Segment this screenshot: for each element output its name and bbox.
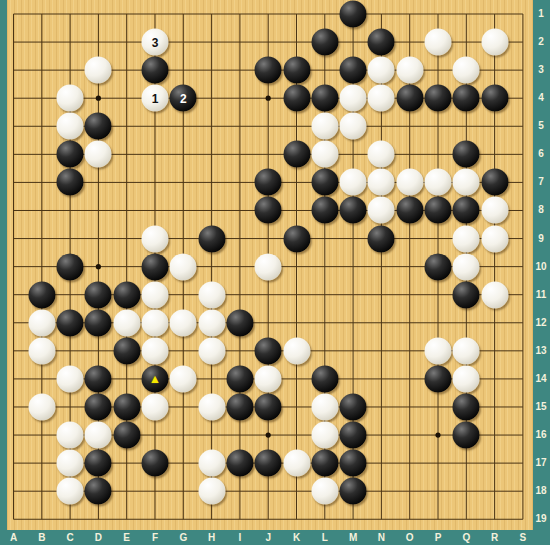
left-border-strip	[0, 0, 7, 530]
white-stone-Q9[interactable]	[453, 225, 480, 252]
white-stone-L15[interactable]	[311, 393, 338, 420]
row-label-5: 5	[538, 121, 544, 131]
black-stone-E15[interactable]	[113, 393, 140, 420]
black-stone-J15[interactable]	[255, 393, 282, 420]
black-stone-M17[interactable]	[340, 450, 367, 477]
white-stone-M7[interactable]	[340, 169, 367, 196]
white-stone-K17[interactable]	[283, 450, 310, 477]
black-stone-C6[interactable]	[57, 141, 84, 168]
col-label-G: G	[179, 533, 187, 543]
black-stone-Q16[interactable]	[453, 422, 480, 449]
black-stone-F10[interactable]	[142, 253, 169, 280]
white-stone-F11[interactable]	[142, 281, 169, 308]
white-stone-P7[interactable]	[425, 169, 452, 196]
col-label-J: J	[265, 533, 271, 543]
black-stone-Q11[interactable]	[453, 281, 480, 308]
row-label-17: 17	[535, 458, 546, 468]
white-stone-R8[interactable]	[481, 197, 508, 224]
white-stone-H11[interactable]	[198, 281, 225, 308]
white-stone-O7[interactable]	[396, 169, 423, 196]
go-board-app: 312▲ ABCDEFGHIJKLMNOPQRS1234567891011121…	[0, 0, 550, 545]
black-stone-K4[interactable]	[283, 85, 310, 112]
col-label-D: D	[95, 533, 102, 543]
white-stone-B13[interactable]	[28, 337, 55, 364]
black-stone-I17[interactable]	[226, 450, 253, 477]
move-number-label: 3	[152, 36, 159, 48]
black-stone-Q4[interactable]	[453, 85, 480, 112]
white-stone-M4[interactable]	[340, 85, 367, 112]
white-stone-B15[interactable]	[28, 393, 55, 420]
col-label-P: P	[435, 533, 442, 543]
white-stone-D16[interactable]	[85, 422, 112, 449]
row-label-10: 10	[535, 262, 546, 272]
col-label-Q: Q	[462, 533, 470, 543]
black-stone-J3[interactable]	[255, 57, 282, 84]
col-label-E: E	[123, 533, 130, 543]
white-stone-F13[interactable]	[142, 337, 169, 364]
white-stone-C17[interactable]	[57, 450, 84, 477]
white-stone-H17[interactable]	[198, 450, 225, 477]
black-stone-D17[interactable]	[85, 450, 112, 477]
black-stone-Q8[interactable]	[453, 197, 480, 224]
white-stone-R11[interactable]	[481, 281, 508, 308]
white-stone-N7[interactable]	[368, 169, 395, 196]
black-stone-F3[interactable]	[142, 57, 169, 84]
col-label-K: K	[293, 533, 300, 543]
white-stone-D6[interactable]	[85, 141, 112, 168]
col-label-A: A	[10, 533, 17, 543]
white-stone-J14[interactable]	[255, 365, 282, 392]
black-stone-I12[interactable]	[226, 309, 253, 336]
black-stone-C7[interactable]	[57, 169, 84, 196]
last-move-triangle-marker: ▲	[149, 373, 161, 385]
black-stone-R7[interactable]	[481, 169, 508, 196]
black-stone-D11[interactable]	[85, 281, 112, 308]
black-stone-M16[interactable]	[340, 422, 367, 449]
white-stone-K13[interactable]	[283, 337, 310, 364]
white-stone-B12[interactable]	[28, 309, 55, 336]
white-stone-P2[interactable]	[425, 29, 452, 56]
black-stone-J7[interactable]	[255, 169, 282, 196]
white-stone-N3[interactable]	[368, 57, 395, 84]
black-stone-N2[interactable]	[368, 29, 395, 56]
black-stone-I15[interactable]	[226, 393, 253, 420]
black-stone-N9[interactable]	[368, 225, 395, 252]
white-stone-Q7[interactable]	[453, 169, 480, 196]
black-stone-Q15[interactable]	[453, 393, 480, 420]
black-stone-F17[interactable]	[142, 450, 169, 477]
black-stone-M3[interactable]	[340, 57, 367, 84]
white-stone-G12[interactable]	[170, 309, 197, 336]
white-stone-C18[interactable]	[57, 478, 84, 505]
white-stone-F2[interactable]: 3	[142, 29, 169, 56]
white-stone-R9[interactable]	[481, 225, 508, 252]
row-label-8: 8	[538, 205, 544, 215]
white-stone-C16[interactable]	[57, 422, 84, 449]
black-stone-C10[interactable]	[57, 253, 84, 280]
black-stone-L2[interactable]	[311, 29, 338, 56]
row-label-9: 9	[538, 234, 544, 244]
row-label-11: 11	[536, 290, 547, 300]
col-label-B: B	[38, 533, 45, 543]
white-stone-H18[interactable]	[198, 478, 225, 505]
star-point	[96, 264, 101, 269]
star-point	[435, 432, 440, 437]
black-stone-K6[interactable]	[283, 141, 310, 168]
white-stone-H13[interactable]	[198, 337, 225, 364]
white-stone-F12[interactable]	[142, 309, 169, 336]
white-stone-N6[interactable]	[368, 141, 395, 168]
black-stone-E11[interactable]	[113, 281, 140, 308]
star-point	[266, 432, 271, 437]
black-stone-I14[interactable]	[226, 365, 253, 392]
col-label-I: I	[239, 533, 242, 543]
black-stone-D12[interactable]	[85, 309, 112, 336]
white-stone-N4[interactable]	[368, 85, 395, 112]
black-stone-P4[interactable]	[425, 85, 452, 112]
white-stone-O3[interactable]	[396, 57, 423, 84]
row-label-7: 7	[538, 177, 544, 187]
white-stone-H15[interactable]	[198, 393, 225, 420]
row-label-4: 4	[538, 93, 544, 103]
black-stone-M18[interactable]	[340, 478, 367, 505]
row-label-12: 12	[535, 318, 546, 328]
black-stone-J8[interactable]	[255, 197, 282, 224]
black-stone-G4[interactable]: 2	[170, 85, 197, 112]
white-stone-M5[interactable]	[340, 113, 367, 140]
row-label-15: 15	[535, 402, 546, 412]
black-stone-D5[interactable]	[85, 113, 112, 140]
star-point	[266, 96, 271, 101]
row-label-3: 3	[538, 65, 544, 75]
white-stone-L6[interactable]	[311, 141, 338, 168]
black-stone-M1[interactable]	[340, 1, 367, 28]
black-stone-B11[interactable]	[28, 281, 55, 308]
black-stone-C12[interactable]	[57, 309, 84, 336]
white-stone-J10[interactable]	[255, 253, 282, 280]
white-stone-L5[interactable]	[311, 113, 338, 140]
black-stone-K9[interactable]	[283, 225, 310, 252]
white-stone-C14[interactable]	[57, 365, 84, 392]
col-label-C: C	[66, 533, 73, 543]
col-label-O: O	[406, 533, 414, 543]
white-stone-C5[interactable]	[57, 113, 84, 140]
row-label-19: 19	[535, 514, 546, 524]
white-stone-F15[interactable]	[142, 393, 169, 420]
col-label-M: M	[349, 533, 357, 543]
white-stone-Q14[interactable]	[453, 365, 480, 392]
white-stone-R2[interactable]	[481, 29, 508, 56]
black-stone-R4[interactable]	[481, 85, 508, 112]
black-stone-Q6[interactable]	[453, 141, 480, 168]
star-point	[96, 96, 101, 101]
black-stone-O4[interactable]	[396, 85, 423, 112]
black-stone-K3[interactable]	[283, 57, 310, 84]
white-stone-D3[interactable]	[85, 57, 112, 84]
row-label-14: 14	[535, 374, 546, 384]
black-stone-D15[interactable]	[85, 393, 112, 420]
row-label-18: 18	[535, 486, 546, 496]
row-label-1: 1	[538, 9, 544, 19]
row-label-16: 16	[535, 430, 546, 440]
black-stone-J17[interactable]	[255, 450, 282, 477]
black-stone-P8[interactable]	[425, 197, 452, 224]
row-label-13: 13	[535, 346, 546, 356]
black-stone-M15[interactable]	[340, 393, 367, 420]
row-label-2: 2	[538, 37, 544, 47]
black-stone-M8[interactable]	[340, 197, 367, 224]
white-stone-Q3[interactable]	[453, 57, 480, 84]
white-stone-H12[interactable]	[198, 309, 225, 336]
black-stone-L14[interactable]	[311, 365, 338, 392]
white-stone-F9[interactable]	[142, 225, 169, 252]
white-stone-Q13[interactable]	[453, 337, 480, 364]
black-stone-P14[interactable]	[425, 365, 452, 392]
white-stone-G14[interactable]	[170, 365, 197, 392]
white-stone-L16[interactable]	[311, 422, 338, 449]
white-stone-C4[interactable]	[57, 85, 84, 112]
black-stone-E13[interactable]	[113, 337, 140, 364]
col-label-F: F	[152, 533, 158, 543]
black-stone-H9[interactable]	[198, 225, 225, 252]
col-label-N: N	[378, 533, 385, 543]
white-stone-F4[interactable]: 1	[142, 85, 169, 112]
black-stone-P10[interactable]	[425, 253, 452, 280]
col-label-L: L	[322, 533, 328, 543]
col-label-S: S	[520, 533, 527, 543]
row-label-6: 6	[538, 149, 544, 159]
black-stone-J13[interactable]	[255, 337, 282, 364]
white-stone-G10[interactable]	[170, 253, 197, 280]
black-stone-O8[interactable]	[396, 197, 423, 224]
black-stone-L7[interactable]	[311, 169, 338, 196]
black-stone-L4[interactable]	[311, 85, 338, 112]
black-stone-D18[interactable]	[85, 478, 112, 505]
col-label-R: R	[491, 533, 498, 543]
black-stone-L17[interactable]	[311, 450, 338, 477]
black-stone-E16[interactable]	[113, 422, 140, 449]
move-number-label: 1	[152, 92, 159, 104]
white-stone-Q10[interactable]	[453, 253, 480, 280]
white-stone-P13[interactable]	[425, 337, 452, 364]
move-number-label: 2	[180, 92, 187, 104]
col-label-H: H	[208, 533, 215, 543]
white-stone-E12[interactable]	[113, 309, 140, 336]
black-stone-F14[interactable]: ▲	[142, 365, 169, 392]
black-stone-L8[interactable]	[311, 197, 338, 224]
white-stone-L18[interactable]	[311, 478, 338, 505]
black-stone-D14[interactable]	[85, 365, 112, 392]
white-stone-N8[interactable]	[368, 197, 395, 224]
